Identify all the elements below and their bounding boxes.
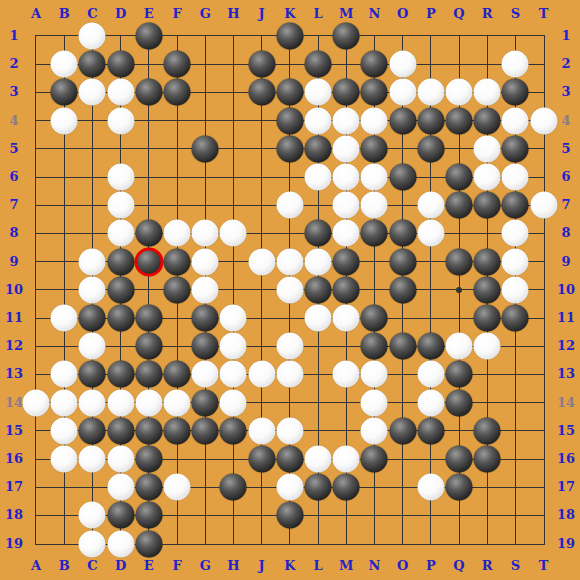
row-label-left: 17 [1,479,27,495]
column-label-bottom: K [277,558,303,574]
white-stone[interactable] [502,276,529,303]
black-stone[interactable] [51,79,78,106]
black-stone[interactable] [135,220,162,247]
white-stone[interactable] [51,107,78,134]
row-label-right: 19 [553,536,579,552]
column-label-top: D [108,6,134,22]
black-stone[interactable] [107,502,134,529]
white-stone[interactable] [417,220,444,247]
black-stone[interactable] [446,107,473,134]
row-label-left: 15 [1,423,27,439]
black-stone[interactable] [276,446,303,473]
row-label-left: 6 [1,169,27,185]
column-label-top: B [51,6,77,22]
black-stone[interactable] [361,135,388,162]
black-stone[interactable] [192,135,219,162]
row-label-left: 1 [1,28,27,44]
black-stone[interactable] [361,51,388,78]
white-stone[interactable] [474,164,501,191]
column-label-top: G [192,6,218,22]
black-stone[interactable] [474,276,501,303]
white-stone[interactable] [79,276,106,303]
white-stone[interactable] [474,79,501,106]
white-stone[interactable] [276,248,303,275]
black-stone[interactable] [361,333,388,360]
black-stone[interactable] [135,333,162,360]
column-label-top: M [333,6,359,22]
black-stone[interactable] [164,79,191,106]
black-stone[interactable] [135,530,162,557]
black-stone[interactable] [417,417,444,444]
white-stone[interactable] [192,220,219,247]
row-label-right: 11 [553,310,579,326]
column-label-bottom: O [390,558,416,574]
row-label-right: 6 [553,169,579,185]
white-stone[interactable] [248,248,275,275]
white-stone[interactable] [220,333,247,360]
black-stone[interactable] [333,248,360,275]
white-stone[interactable] [79,502,106,529]
white-stone[interactable] [220,305,247,332]
column-label-bottom: Q [446,558,472,574]
white-stone[interactable] [51,389,78,416]
column-label-top: R [474,6,500,22]
row-label-left: 13 [1,366,27,382]
column-label-top: F [164,6,190,22]
black-stone[interactable] [79,305,106,332]
white-stone[interactable] [79,333,106,360]
row-label-right: 2 [553,56,579,72]
white-stone[interactable] [135,389,162,416]
white-stone[interactable] [361,389,388,416]
black-stone[interactable] [164,276,191,303]
white-stone[interactable] [333,164,360,191]
column-label-top: Q [446,6,472,22]
black-stone[interactable] [502,305,529,332]
column-label-bottom: C [79,558,105,574]
black-stone[interactable] [276,23,303,50]
white-stone[interactable] [333,135,360,162]
black-stone[interactable] [389,248,416,275]
black-stone[interactable] [248,79,275,106]
black-stone[interactable] [502,135,529,162]
white-stone[interactable] [51,361,78,388]
white-stone[interactable] [107,530,134,557]
black-stone[interactable] [502,79,529,106]
white-stone[interactable] [79,79,106,106]
row-label-right: 14 [553,395,579,411]
white-stone[interactable] [361,361,388,388]
black-stone[interactable] [79,361,106,388]
white-stone[interactable] [107,192,134,219]
black-stone[interactable] [389,220,416,247]
black-stone[interactable] [220,417,247,444]
black-stone[interactable] [107,276,134,303]
white-stone[interactable] [446,333,473,360]
white-stone[interactable] [333,107,360,134]
black-stone[interactable] [389,164,416,191]
column-label-bottom: P [418,558,444,574]
black-stone[interactable] [417,333,444,360]
white-stone[interactable] [333,446,360,473]
white-stone[interactable] [361,192,388,219]
white-stone[interactable] [305,107,332,134]
row-label-left: 11 [1,310,27,326]
black-stone[interactable] [446,192,473,219]
white-stone[interactable] [361,164,388,191]
black-stone[interactable] [361,79,388,106]
black-stone[interactable] [164,361,191,388]
row-label-left: 9 [1,254,27,270]
column-label-bottom: R [474,558,500,574]
black-stone[interactable] [192,417,219,444]
column-label-top: L [305,6,331,22]
black-stone[interactable] [361,305,388,332]
column-label-bottom: L [305,558,331,574]
white-stone[interactable] [305,164,332,191]
row-label-right: 18 [553,507,579,523]
column-label-top: H [220,6,246,22]
black-stone[interactable] [276,79,303,106]
white-stone[interactable] [192,361,219,388]
black-stone[interactable] [192,389,219,416]
white-stone[interactable] [51,51,78,78]
black-stone[interactable] [502,192,529,219]
column-label-bottom: N [361,558,387,574]
column-label-top: A [23,6,49,22]
white-stone[interactable] [164,474,191,501]
black-stone[interactable] [389,276,416,303]
white-stone[interactable] [51,446,78,473]
white-stone[interactable] [502,248,529,275]
row-label-left: 4 [1,113,27,129]
column-label-top: N [361,6,387,22]
white-stone[interactable] [79,389,106,416]
white-stone[interactable] [502,220,529,247]
white-stone[interactable] [23,389,50,416]
white-stone[interactable] [276,417,303,444]
column-label-top: J [249,6,275,22]
row-label-left: 8 [1,225,27,241]
white-stone[interactable] [248,417,275,444]
white-stone[interactable] [220,361,247,388]
black-stone[interactable] [305,51,332,78]
white-stone[interactable] [107,220,134,247]
row-label-left: 12 [1,338,27,354]
white-stone[interactable] [107,446,134,473]
row-label-right: 3 [553,84,579,100]
white-stone[interactable] [107,389,134,416]
white-stone[interactable] [79,23,106,50]
white-stone[interactable] [107,474,134,501]
white-stone[interactable] [361,107,388,134]
row-label-left: 5 [1,141,27,157]
white-stone[interactable] [79,530,106,557]
white-stone[interactable] [164,220,191,247]
white-stone[interactable] [305,446,332,473]
black-stone[interactable] [276,135,303,162]
white-stone[interactable] [305,79,332,106]
black-stone[interactable] [164,51,191,78]
black-stone[interactable] [79,51,106,78]
white-stone[interactable] [333,305,360,332]
white-stone[interactable] [417,361,444,388]
white-stone[interactable] [107,107,134,134]
column-label-bottom: H [220,558,246,574]
black-stone[interactable] [333,23,360,50]
row-label-right: 12 [553,338,579,354]
white-stone[interactable] [530,192,557,219]
column-label-bottom: F [164,558,190,574]
black-stone[interactable] [135,305,162,332]
black-stone[interactable] [474,417,501,444]
row-label-right: 9 [553,254,579,270]
row-label-left: 16 [1,451,27,467]
black-stone[interactable] [107,361,134,388]
column-label-top: O [390,6,416,22]
white-stone[interactable] [164,389,191,416]
white-stone[interactable] [417,79,444,106]
black-stone[interactable] [446,474,473,501]
black-stone[interactable] [107,248,134,275]
black-stone[interactable] [361,220,388,247]
column-label-bottom: B [51,558,77,574]
black-stone[interactable] [305,276,332,303]
black-stone[interactable] [446,446,473,473]
white-stone[interactable] [79,248,106,275]
white-stone[interactable] [220,389,247,416]
black-stone[interactable] [305,135,332,162]
black-stone[interactable] [107,51,134,78]
black-stone[interactable] [164,417,191,444]
white-stone[interactable] [417,389,444,416]
black-stone[interactable] [135,446,162,473]
row-label-left: 7 [1,197,27,213]
column-label-top: K [277,6,303,22]
white-stone[interactable] [417,474,444,501]
row-label-right: 10 [553,282,579,298]
black-stone[interactable] [446,361,473,388]
black-stone[interactable] [79,417,106,444]
row-label-left: 2 [1,56,27,72]
row-label-right: 15 [553,423,579,439]
black-stone[interactable] [474,305,501,332]
white-stone[interactable] [502,51,529,78]
column-label-bottom: J [249,558,275,574]
white-stone[interactable] [333,192,360,219]
black-stone[interactable] [220,474,247,501]
white-stone[interactable] [192,276,219,303]
white-stone[interactable] [248,361,275,388]
white-stone[interactable] [192,248,219,275]
black-stone[interactable] [446,248,473,275]
column-label-top: T [531,6,557,22]
column-label-top: C [79,6,105,22]
row-label-left: 10 [1,282,27,298]
black-stone[interactable] [474,248,501,275]
white-stone[interactable] [474,135,501,162]
white-stone[interactable] [389,79,416,106]
row-label-right: 5 [553,141,579,157]
black-stone[interactable] [135,23,162,50]
black-stone[interactable] [474,446,501,473]
black-stone[interactable] [305,474,332,501]
row-label-right: 17 [553,479,579,495]
black-stone[interactable] [135,502,162,529]
white-stone[interactable] [276,333,303,360]
white-stone[interactable] [361,417,388,444]
black-stone[interactable] [474,107,501,134]
white-stone[interactable] [502,107,529,134]
black-stone[interactable] [333,276,360,303]
black-stone[interactable] [474,192,501,219]
star-point [456,287,462,293]
white-stone[interactable] [305,248,332,275]
black-stone[interactable] [135,79,162,106]
row-label-left: 3 [1,84,27,100]
white-stone[interactable] [276,192,303,219]
row-label-right: 13 [553,366,579,382]
black-stone[interactable] [333,79,360,106]
white-stone[interactable] [51,305,78,332]
white-stone[interactable] [51,417,78,444]
column-label-bottom: E [136,558,162,574]
black-stone[interactable] [446,164,473,191]
black-stone[interactable] [192,333,219,360]
black-stone[interactable] [107,417,134,444]
black-stone[interactable] [389,333,416,360]
column-label-bottom: S [502,558,528,574]
column-label-top: E [136,6,162,22]
row-label-right: 8 [553,225,579,241]
black-stone[interactable] [389,107,416,134]
black-stone[interactable] [389,417,416,444]
row-label-right: 1 [553,28,579,44]
white-stone[interactable] [107,79,134,106]
row-label-left: 19 [1,536,27,552]
black-stone[interactable] [192,305,219,332]
column-label-bottom: A [23,558,49,574]
white-stone[interactable] [502,164,529,191]
black-stone[interactable] [164,248,191,275]
column-label-bottom: G [192,558,218,574]
black-stone[interactable] [276,502,303,529]
black-stone[interactable] [248,446,275,473]
white-stone[interactable] [276,276,303,303]
black-stone[interactable] [135,417,162,444]
column-label-bottom: T [531,558,557,574]
last-move-marker [134,247,163,276]
white-stone[interactable] [220,220,247,247]
black-stone[interactable] [361,446,388,473]
go-board[interactable]: AABBCCDDEEFFGGHHJJKKLLMMNNOOPPQQRRSSTT11… [0,0,580,580]
white-stone[interactable] [389,51,416,78]
white-stone[interactable] [333,361,360,388]
column-label-top: S [502,6,528,22]
black-stone[interactable] [107,305,134,332]
black-stone[interactable] [333,474,360,501]
column-label-bottom: D [108,558,134,574]
black-stone[interactable] [417,135,444,162]
white-stone[interactable] [474,333,501,360]
white-stone[interactable] [107,164,134,191]
black-stone[interactable] [135,361,162,388]
row-label-right: 16 [553,451,579,467]
black-stone[interactable] [305,220,332,247]
white-stone[interactable] [276,474,303,501]
white-stone[interactable] [305,305,332,332]
column-label-bottom: M [333,558,359,574]
white-stone[interactable] [276,361,303,388]
white-stone[interactable] [333,220,360,247]
column-label-top: P [418,6,444,22]
white-stone[interactable] [446,79,473,106]
white-stone[interactable] [79,446,106,473]
white-stone[interactable] [417,192,444,219]
black-stone[interactable] [446,389,473,416]
black-stone[interactable] [135,474,162,501]
black-stone[interactable] [417,107,444,134]
row-label-left: 18 [1,507,27,523]
black-stone[interactable] [248,51,275,78]
black-stone[interactable] [276,107,303,134]
white-stone[interactable] [530,107,557,134]
